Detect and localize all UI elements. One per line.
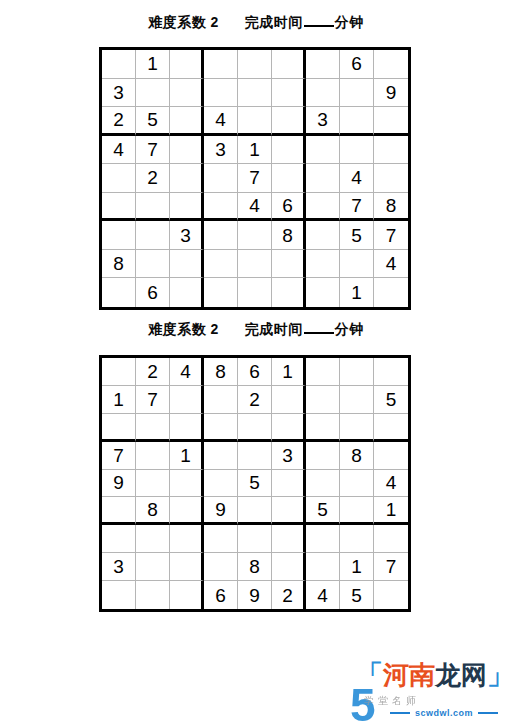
board2-cell-r6c8: [340, 497, 374, 525]
board1-cell-r9c1: [102, 278, 136, 307]
board1-cell-r8c2: [136, 250, 170, 279]
site-name-part-2: 龙网: [435, 660, 487, 690]
board1-cell-r1c4: [204, 50, 238, 79]
board2-cell-r9c5: 9: [238, 581, 272, 609]
board1-cell-r6c9: 8: [374, 193, 408, 222]
board1-cell-r5c2: 2: [136, 164, 170, 193]
board1-cell-r8c3: [170, 250, 204, 279]
board2-cell-r7c5: [238, 525, 272, 553]
board1-cell-r8c8: [340, 250, 374, 279]
board1-cell-r5c5: 7: [238, 164, 272, 193]
board2-cell-r8c9: 7: [374, 553, 408, 581]
board2-cell-r6c6: [272, 497, 306, 525]
board1-cell-r7c8: 5: [340, 221, 374, 250]
board2-cell-r4c8: 8: [340, 442, 374, 470]
watermark-site-name: 「河南龙网」号: [356, 662, 512, 692]
board2-cell-r7c7: [306, 525, 340, 553]
board2-cell-r6c2: 8: [136, 497, 170, 525]
board2-cell-r9c7: 4: [306, 581, 340, 609]
board2-cell-r6c7: 5: [306, 497, 340, 525]
board2-cell-r2c8: [340, 386, 374, 414]
board2-cell-r7c4: [204, 525, 238, 553]
board2-cell-r8c6: [272, 553, 306, 581]
board1-cell-r4c8: [340, 136, 374, 165]
board1-cell-r1c8: 6: [340, 50, 374, 79]
board2-cell-r2c1: 1: [102, 386, 136, 414]
board1-cell-r6c1: [102, 193, 136, 222]
board1-cell-r5c9: [374, 164, 408, 193]
board1-cell-r7c3: 3: [170, 221, 204, 250]
board1-cell-r2c3: [170, 79, 204, 108]
board2-cell-r1c6: 1: [272, 358, 306, 386]
board2-cell-r9c8: 5: [340, 581, 374, 609]
board2-cell-r2c6: [272, 386, 306, 414]
board1-cell-r5c6: [272, 164, 306, 193]
board2-cell-r9c9: [374, 581, 408, 609]
board1-cell-r3c2: 5: [136, 107, 170, 136]
board2-cell-r7c2: [136, 525, 170, 553]
board2-cell-r7c1: [102, 525, 136, 553]
board1-cell-r9c9: [374, 278, 408, 307]
board2-cell-r4c9: [374, 442, 408, 470]
board1-cell-r9c6: [272, 278, 306, 307]
board2-cell-r7c8: [340, 525, 374, 553]
board1-cell-r7c4: [204, 221, 238, 250]
board2-cell-r4c3: 1: [170, 442, 204, 470]
board2-cell-r2c9: 5: [374, 386, 408, 414]
board1-cell-r8c4: [204, 250, 238, 279]
board1-cell-r4c6: [272, 136, 306, 165]
board2-cell-r7c3: [170, 525, 204, 553]
board1-cell-r6c6: 6: [272, 193, 306, 222]
board2-cell-r5c3: [170, 470, 204, 498]
board2-cell-r3c4: [204, 414, 238, 442]
minutes-label-2: 分钟: [335, 321, 364, 337]
watermark-url: scwdwl.com: [390, 708, 498, 718]
board1-cell-r7c5: [238, 221, 272, 250]
board1-cell-r1c9: [374, 50, 408, 79]
board2-cell-r1c2: 2: [136, 358, 170, 386]
site-watermark: 5 「河南龙网」号 学堂名师 scwdwl.com: [352, 654, 512, 724]
board1-cell-r3c7: 3: [306, 107, 340, 136]
board2-cell-r4c6: 3: [272, 442, 306, 470]
board1-cell-r4c4: 3: [204, 136, 238, 165]
board2-cell-r8c8: 1: [340, 553, 374, 581]
watermark-subtext: 学堂名师: [364, 694, 420, 708]
board2-cell-r5c2: [136, 470, 170, 498]
board2-cell-r6c3: [170, 497, 204, 525]
bracket-close-icon: 」: [487, 660, 512, 690]
board1-cell-r8c6: [272, 250, 306, 279]
board2-cell-r5c4: [204, 470, 238, 498]
board2-cell-r2c7: [306, 386, 340, 414]
board1-cell-r2c7: [306, 79, 340, 108]
board2-cell-r3c8: [340, 414, 374, 442]
board2-cell-r1c5: 6: [238, 358, 272, 386]
board1-cell-r9c5: [238, 278, 272, 307]
board1-cell-r2c4: [204, 79, 238, 108]
board2-cell-r9c2: [136, 581, 170, 609]
board1-cell-r1c3: [170, 50, 204, 79]
board2-cell-r2c2: 7: [136, 386, 170, 414]
board1-cell-r4c2: 7: [136, 136, 170, 165]
board2-cell-r3c3: [170, 414, 204, 442]
board2-cell-r8c5: 8: [238, 553, 272, 581]
board2-cell-r7c9: [374, 525, 408, 553]
board1-cell-r2c5: [238, 79, 272, 108]
board1-cell-r3c5: [238, 107, 272, 136]
board2-cell-r3c5: [238, 414, 272, 442]
board1-cell-r1c5: [238, 50, 272, 79]
board2-cell-r1c9: [374, 358, 408, 386]
sudoku-board-1: 163925434731274467838578461: [99, 47, 411, 310]
minutes-label-1: 分钟: [335, 14, 364, 30]
board2-cell-r3c7: [306, 414, 340, 442]
board1-cell-r5c7: [306, 164, 340, 193]
bracket-open-icon: 「: [356, 660, 383, 690]
board1-cell-r2c8: [340, 79, 374, 108]
board1-cell-r5c1: [102, 164, 136, 193]
board1-cell-r7c7: [306, 221, 340, 250]
board1-cell-r2c2: [136, 79, 170, 108]
sudoku-worksheet-page: { "game": "sudoku", "sheets": [ { "heade…: [0, 0, 512, 724]
board1-cell-r2c9: 9: [374, 79, 408, 108]
board2-cell-r5c6: [272, 470, 306, 498]
board1-cell-r7c2: [136, 221, 170, 250]
board1-cell-r1c1: [102, 50, 136, 79]
board1-cell-r3c4: 4: [204, 107, 238, 136]
board2-cell-r1c8: [340, 358, 374, 386]
board2-cell-r9c1: [102, 581, 136, 609]
board2-cell-r1c1: [102, 358, 136, 386]
board2-cell-r4c4: [204, 442, 238, 470]
board1-cell-r3c1: 2: [102, 107, 136, 136]
board1-cell-r9c3: [170, 278, 204, 307]
board1-cell-r9c8: 1: [340, 278, 374, 307]
board2-cell-r7c6: [272, 525, 306, 553]
board2-cell-r8c1: 3: [102, 553, 136, 581]
board2-cell-r4c2: [136, 442, 170, 470]
board2-cell-r6c4: 9: [204, 497, 238, 525]
board2-cell-r3c2: [136, 414, 170, 442]
board1-cell-r5c3: [170, 164, 204, 193]
board2-cell-r6c5: [238, 497, 272, 525]
board2-cell-r9c4: 6: [204, 581, 238, 609]
board1-cell-r7c6: 8: [272, 221, 306, 250]
board1-cell-r9c2: 6: [136, 278, 170, 307]
board1-cell-r3c6: [272, 107, 306, 136]
board2-cell-r4c7: [306, 442, 340, 470]
board1-cell-r5c8: 4: [340, 164, 374, 193]
board2-cell-r1c3: 4: [170, 358, 204, 386]
board1-cell-r4c5: 1: [238, 136, 272, 165]
board2-cell-r6c1: [102, 497, 136, 525]
time-label-1: 完成时间: [245, 14, 303, 30]
board2-cell-r4c5: [238, 442, 272, 470]
board2-cell-r9c3: [170, 581, 204, 609]
board1-cell-r9c7: [306, 278, 340, 307]
board2-cell-r1c7: [306, 358, 340, 386]
board2-cell-r5c5: 5: [238, 470, 272, 498]
worksheet-title-1: 难度系数 2完成时间分钟: [0, 14, 512, 32]
board1-cell-r8c7: [306, 250, 340, 279]
board1-cell-r5c4: [204, 164, 238, 193]
board1-cell-r4c1: 4: [102, 136, 136, 165]
time-blank-line-1: [304, 14, 334, 27]
worksheet-title-2: 难度系数 2完成时间分钟: [0, 321, 512, 339]
board2-cell-r2c5: 2: [238, 386, 272, 414]
board1-cell-r6c8: 7: [340, 193, 374, 222]
board2-cell-r5c7: [306, 470, 340, 498]
board1-cell-r3c8: [340, 107, 374, 136]
board2-cell-r3c9: [374, 414, 408, 442]
board2-cell-r8c2: [136, 553, 170, 581]
difficulty-label-2: 难度系数 2: [148, 321, 219, 337]
board1-cell-r1c2: 1: [136, 50, 170, 79]
board1-cell-r6c4: [204, 193, 238, 222]
board1-cell-r6c7: [306, 193, 340, 222]
board2-cell-r4c1: 7: [102, 442, 136, 470]
board2-cell-r5c9: 4: [374, 470, 408, 498]
difficulty-label-1: 难度系数 2: [148, 14, 219, 30]
board2-cell-r3c6: [272, 414, 306, 442]
board2-cell-r2c4: [204, 386, 238, 414]
time-label-2: 完成时间: [245, 321, 303, 337]
board2-cell-r1c4: 8: [204, 358, 238, 386]
board1-cell-r2c1: 3: [102, 79, 136, 108]
board1-cell-r6c5: 4: [238, 193, 272, 222]
board1-cell-r3c9: [374, 107, 408, 136]
board2-cell-r8c4: [204, 553, 238, 581]
board1-cell-r2c6: [272, 79, 306, 108]
board1-cell-r4c9: [374, 136, 408, 165]
time-blank-line-2: [304, 321, 334, 334]
board2-cell-r5c1: 9: [102, 470, 136, 498]
board1-cell-r9c4: [204, 278, 238, 307]
board1-cell-r7c1: [102, 221, 136, 250]
board1-cell-r8c9: 4: [374, 250, 408, 279]
board1-cell-r3c3: [170, 107, 204, 136]
board1-cell-r8c1: 8: [102, 250, 136, 279]
site-name-part-1: 河南: [383, 660, 435, 690]
board2-cell-r9c6: 2: [272, 581, 306, 609]
sudoku-board-2: 24861172571389548951381769245: [99, 355, 411, 612]
board2-cell-r6c9: 1: [374, 497, 408, 525]
board1-cell-r6c2: [136, 193, 170, 222]
board1-cell-r4c3: [170, 136, 204, 165]
board1-cell-r8c5: [238, 250, 272, 279]
board1-cell-r6c3: [170, 193, 204, 222]
board2-cell-r8c7: [306, 553, 340, 581]
board1-cell-r1c7: [306, 50, 340, 79]
board1-cell-r4c7: [306, 136, 340, 165]
board2-cell-r8c3: [170, 553, 204, 581]
board2-cell-r5c8: [340, 470, 374, 498]
board2-cell-r2c3: [170, 386, 204, 414]
board1-cell-r7c9: 7: [374, 221, 408, 250]
board1-cell-r1c6: [272, 50, 306, 79]
board2-cell-r3c1: [102, 414, 136, 442]
